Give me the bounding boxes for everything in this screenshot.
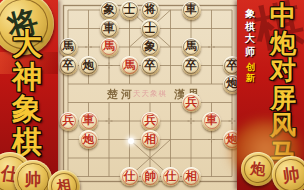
board-cell: 兵 (58, 112, 79, 131)
piece-ring (122, 2, 138, 18)
piece-ring (60, 58, 76, 74)
piece-ring (142, 21, 158, 37)
piece-ring (183, 169, 199, 185)
title-char: 炮 (270, 30, 296, 58)
board-cell: 相 (181, 167, 202, 186)
title-char: 象 (12, 93, 42, 126)
board-cell: 馬 (181, 38, 202, 57)
title-char: 大 (12, 28, 42, 61)
left-title: 大神象棋 (12, 28, 42, 158)
piece-ring (183, 95, 199, 111)
piece-ring (163, 169, 179, 185)
piece-ring (142, 39, 158, 55)
piece-ring (183, 39, 199, 55)
xiangqi-piece-red-車[interactable]: 車 (79, 112, 98, 131)
title-char: 创 (246, 62, 255, 73)
board-cell: 炮 (78, 56, 99, 75)
xiangqi-piece-red-兵[interactable]: 兵 (59, 112, 78, 131)
piece-ring (243, 154, 274, 185)
xiangqi-piece-red-馬[interactable]: 馬 (120, 56, 139, 75)
piece-ring (142, 132, 158, 148)
board-cell: 士 (140, 19, 161, 38)
board-cell: 馬 (119, 56, 140, 75)
last-move-sparkle (128, 138, 134, 144)
xiangqi-piece-red-仕[interactable]: 仕 (161, 167, 180, 186)
piece-ring (60, 113, 76, 129)
board-cell: 車 (78, 112, 99, 131)
right-subtitle: 象棋大师 (245, 8, 255, 58)
board-cell: 兵 (140, 112, 161, 131)
piece-ring (101, 2, 117, 18)
board-cell: 炮 (78, 130, 99, 149)
xiangqi-piece-red-相[interactable]: 相 (182, 167, 201, 186)
xiangqi-piece-black-士[interactable]: 士 (120, 1, 139, 20)
piece-ring (60, 39, 76, 55)
board-cell: 相 (140, 130, 161, 149)
piece-ring (142, 113, 158, 129)
piece-ring (49, 171, 79, 190)
piece-ring (81, 132, 97, 148)
xiangqi-board: 楚河 天天象棋 漢界 象士将車車士馬馬象馬卒炮馬卒卒卒炮兵兵車兵車炮相炮仕帥仕相 (55, 0, 240, 190)
title-char: 象 (245, 8, 255, 21)
decor-piece-bl-2: 帅 (14, 160, 52, 190)
title-char: 中 (270, 2, 296, 30)
piece-ring (17, 163, 48, 190)
title-char: 大 (245, 33, 255, 46)
board-cell: 車 (201, 112, 222, 131)
board-cell: 将 (140, 1, 161, 20)
xiangqi-piece-red-相[interactable]: 相 (141, 130, 160, 149)
board-cell: 馬 (58, 38, 79, 57)
board-cell: 帥 (140, 167, 161, 186)
piece-ring (122, 58, 138, 74)
xiangqi-piece-black-馬[interactable]: 馬 (182, 38, 201, 57)
xiangqi-piece-red-帥[interactable]: 帥 (141, 167, 160, 186)
xiangqi-piece-red-馬[interactable]: 馬 (100, 38, 119, 57)
xiangqi-piece-red-炮[interactable]: 炮 (79, 130, 98, 149)
piece-ring (183, 58, 199, 74)
piece-ring (101, 39, 117, 55)
board-cell: 卒 (181, 56, 202, 75)
board-cell: 卒 (140, 56, 161, 75)
board-cell: 仕 (119, 167, 140, 186)
xiangqi-piece-red-兵[interactable]: 兵 (141, 112, 160, 131)
xiangqi-piece-black-炮[interactable]: 炮 (79, 56, 98, 75)
xiangqi-piece-black-馬[interactable]: 馬 (59, 38, 78, 57)
xiangqi-piece-black-卒[interactable]: 卒 (182, 56, 201, 75)
piece-ring (101, 21, 117, 37)
xiangqi-piece-black-卒[interactable]: 卒 (59, 56, 78, 75)
xiangqi-piece-black-象[interactable]: 象 (141, 38, 160, 57)
xiangqi-piece-black-士[interactable]: 士 (141, 19, 160, 38)
title-char: 师 (245, 46, 255, 59)
piece-ring (273, 157, 304, 190)
board-cell: 車 (99, 19, 120, 38)
piece-ring (81, 113, 97, 129)
piece-ring (142, 58, 158, 74)
piece-ring (142, 2, 158, 18)
board-cell: 士 (119, 1, 140, 20)
board-cell: 仕 (160, 167, 181, 186)
thumbnail-stage: 楚河 天天象棋 漢界 象士将車車士馬馬象馬卒炮馬卒卒卒炮兵兵車兵車炮相炮仕帥仕相… (0, 0, 304, 190)
xiangqi-piece-black-車[interactable]: 車 (182, 1, 201, 20)
xiangqi-piece-red-兵[interactable]: 兵 (182, 93, 201, 112)
title-char: 对 (270, 57, 296, 85)
xiangqi-piece-red-車[interactable]: 車 (202, 112, 221, 131)
board-cell: 卒 (58, 56, 79, 75)
piece-ring (81, 58, 97, 74)
xiangqi-piece-black-将[interactable]: 将 (141, 1, 160, 20)
piece-ring (183, 2, 199, 18)
piece-ring (122, 169, 138, 185)
right-tag: 创新 (246, 62, 255, 84)
title-char: 棋 (245, 21, 255, 34)
board-cell: 車 (181, 1, 202, 20)
xiangqi-piece-red-仕[interactable]: 仕 (120, 167, 139, 186)
board-cell: 象 (99, 1, 120, 20)
xiangqi-piece-black-車[interactable]: 車 (100, 19, 119, 38)
title-char: 屏 (270, 85, 296, 113)
board-cell: 馬 (99, 38, 120, 57)
title-char: 神 (12, 61, 42, 94)
board-cell: 兵 (181, 93, 202, 112)
title-char: 新 (246, 73, 255, 84)
xiangqi-piece-black-象[interactable]: 象 (100, 1, 119, 20)
board-cell: 象 (140, 38, 161, 57)
piece-ring (142, 169, 158, 185)
piece-grid: 象士将車車士馬馬象馬卒炮馬卒卒卒炮兵兵車兵車炮相炮仕帥仕相 (58, 1, 243, 186)
piece-ring (204, 113, 220, 129)
xiangqi-piece-black-卒[interactable]: 卒 (141, 56, 160, 75)
